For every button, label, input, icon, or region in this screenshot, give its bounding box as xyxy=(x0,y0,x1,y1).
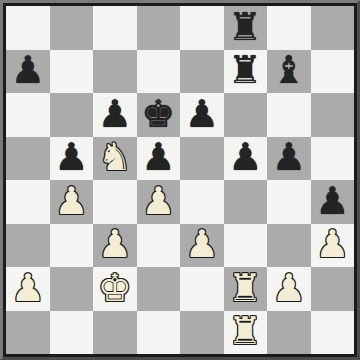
square-h6[interactable] xyxy=(311,93,355,137)
piece-white-pawn-c3[interactable]: ♟ xyxy=(98,225,132,263)
square-f7[interactable]: ♜ xyxy=(224,50,268,94)
square-g7[interactable]: ♝ xyxy=(267,50,311,94)
square-b8[interactable] xyxy=(50,6,94,50)
square-h2[interactable] xyxy=(311,267,355,311)
piece-black-pawn-f5[interactable]: ♟ xyxy=(228,138,262,176)
square-b2[interactable] xyxy=(50,267,94,311)
piece-black-pawn-b5[interactable]: ♟ xyxy=(54,138,88,176)
square-a8[interactable] xyxy=(6,6,50,50)
square-a4[interactable] xyxy=(6,180,50,224)
square-d3[interactable] xyxy=(137,224,181,268)
square-f1[interactable]: ♜ xyxy=(224,311,268,355)
square-e7[interactable] xyxy=(180,50,224,94)
square-a3[interactable] xyxy=(6,224,50,268)
square-h3[interactable]: ♟ xyxy=(311,224,355,268)
square-h5[interactable] xyxy=(311,137,355,181)
square-g3[interactable] xyxy=(267,224,311,268)
square-c4[interactable] xyxy=(93,180,137,224)
square-c8[interactable] xyxy=(93,6,137,50)
square-e1[interactable] xyxy=(180,311,224,355)
piece-black-pawn-e6[interactable]: ♟ xyxy=(185,95,219,133)
piece-white-rook-f2[interactable]: ♜ xyxy=(228,269,262,307)
square-b7[interactable] xyxy=(50,50,94,94)
square-d8[interactable] xyxy=(137,6,181,50)
piece-white-pawn-d4[interactable]: ♟ xyxy=(141,182,175,220)
square-a5[interactable] xyxy=(6,137,50,181)
square-g8[interactable] xyxy=(267,6,311,50)
square-c5[interactable]: ♞ xyxy=(93,137,137,181)
square-h7[interactable] xyxy=(311,50,355,94)
square-f3[interactable] xyxy=(224,224,268,268)
square-e2[interactable] xyxy=(180,267,224,311)
square-f6[interactable] xyxy=(224,93,268,137)
square-h1[interactable] xyxy=(311,311,355,355)
square-d1[interactable] xyxy=(137,311,181,355)
piece-white-pawn-b4[interactable]: ♟ xyxy=(54,182,88,220)
piece-white-knight-c5[interactable]: ♞ xyxy=(98,138,132,176)
square-c7[interactable] xyxy=(93,50,137,94)
piece-white-pawn-h3[interactable]: ♟ xyxy=(315,225,349,263)
piece-black-pawn-c6[interactable]: ♟ xyxy=(98,95,132,133)
square-g4[interactable] xyxy=(267,180,311,224)
piece-black-bishop-g7[interactable]: ♝ xyxy=(272,51,306,89)
square-d6[interactable]: ♚ xyxy=(137,93,181,137)
piece-black-king-d6[interactable]: ♚ xyxy=(141,95,175,133)
square-g5[interactable]: ♟ xyxy=(267,137,311,181)
square-f8[interactable]: ♜ xyxy=(224,6,268,50)
square-c1[interactable] xyxy=(93,311,137,355)
square-g1[interactable] xyxy=(267,311,311,355)
square-d2[interactable] xyxy=(137,267,181,311)
square-d7[interactable] xyxy=(137,50,181,94)
square-h8[interactable] xyxy=(311,6,355,50)
piece-white-pawn-g2[interactable]: ♟ xyxy=(272,269,306,307)
square-g6[interactable] xyxy=(267,93,311,137)
square-a6[interactable] xyxy=(6,93,50,137)
piece-black-rook-f7[interactable]: ♜ xyxy=(228,51,262,89)
piece-white-pawn-e3[interactable]: ♟ xyxy=(185,225,219,263)
piece-black-pawn-g5[interactable]: ♟ xyxy=(272,138,306,176)
square-b6[interactable] xyxy=(50,93,94,137)
piece-white-pawn-a2[interactable]: ♟ xyxy=(11,269,45,307)
square-a1[interactable] xyxy=(6,311,50,355)
square-b4[interactable]: ♟ xyxy=(50,180,94,224)
square-c3[interactable]: ♟ xyxy=(93,224,137,268)
piece-black-pawn-a7[interactable]: ♟ xyxy=(11,51,45,89)
board-frame: ♜♟♜♝♟♚♟♟♞♟♟♟♟♟♟♟♟♟♟♚♜♟♜ xyxy=(0,0,360,360)
piece-white-rook-f1[interactable]: ♜ xyxy=(228,312,262,350)
square-a2[interactable]: ♟ xyxy=(6,267,50,311)
piece-black-rook-f8[interactable]: ♜ xyxy=(228,8,262,46)
square-e5[interactable] xyxy=(180,137,224,181)
square-b5[interactable]: ♟ xyxy=(50,137,94,181)
square-f5[interactable]: ♟ xyxy=(224,137,268,181)
square-h4[interactable]: ♟ xyxy=(311,180,355,224)
square-d5[interactable]: ♟ xyxy=(137,137,181,181)
square-g2[interactable]: ♟ xyxy=(267,267,311,311)
square-f4[interactable] xyxy=(224,180,268,224)
square-b3[interactable] xyxy=(50,224,94,268)
square-e4[interactable] xyxy=(180,180,224,224)
square-b1[interactable] xyxy=(50,311,94,355)
piece-black-pawn-d5[interactable]: ♟ xyxy=(141,138,175,176)
square-e8[interactable] xyxy=(180,6,224,50)
piece-white-king-c2[interactable]: ♚ xyxy=(98,269,132,307)
square-c2[interactable]: ♚ xyxy=(93,267,137,311)
square-f2[interactable]: ♜ xyxy=(224,267,268,311)
square-e3[interactable]: ♟ xyxy=(180,224,224,268)
chess-board: ♜♟♜♝♟♚♟♟♞♟♟♟♟♟♟♟♟♟♟♚♜♟♜ xyxy=(6,6,354,354)
piece-black-pawn-h4[interactable]: ♟ xyxy=(315,182,349,220)
square-c6[interactable]: ♟ xyxy=(93,93,137,137)
square-e6[interactable]: ♟ xyxy=(180,93,224,137)
square-d4[interactable]: ♟ xyxy=(137,180,181,224)
square-a7[interactable]: ♟ xyxy=(6,50,50,94)
